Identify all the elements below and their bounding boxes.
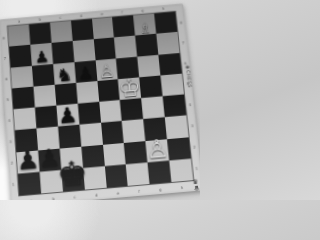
square-h6[interactable]: [158, 53, 181, 76]
piece-wP-e6[interactable]: ♙: [95, 58, 118, 81]
square-f2[interactable]: [124, 141, 148, 164]
coordinate-label: 2: [10, 160, 13, 165]
square-c4[interactable]: ♟: [56, 104, 79, 127]
square-g7[interactable]: [135, 34, 158, 56]
board-grid: ♗♟♞♟♙♔♟♟♟♙♚: [8, 12, 193, 196]
square-a8[interactable]: [8, 24, 30, 46]
coordinate-label: 1: [195, 165, 198, 170]
square-a2[interactable]: ♟: [16, 150, 39, 174]
coordinate-label: b: [52, 196, 55, 200]
coordinate-label: g: [159, 187, 162, 192]
coordinate-label: c: [59, 15, 61, 20]
square-b8[interactable]: [29, 23, 51, 45]
square-c6[interactable]: ♞: [53, 62, 76, 85]
coordinate-label: d: [95, 193, 98, 198]
chessboard: abcdefgh abcdefgh 87654321 87654321 ◉ CH…: [0, 0, 200, 200]
coordinate-label: e: [101, 12, 104, 17]
square-d5[interactable]: [76, 81, 99, 104]
brand-label: CHESS: [185, 70, 193, 88]
square-b7[interactable]: ♟: [30, 43, 53, 65]
square-a5[interactable]: [12, 86, 35, 109]
square-e7[interactable]: [93, 38, 116, 60]
corner-crown-emblem-icon: ♛ ♛: [190, 180, 200, 191]
square-f1[interactable]: [126, 162, 150, 186]
brand-logo-icon: ◉: [184, 63, 190, 69]
piece-bK-c1[interactable]: ♚: [61, 168, 84, 192]
square-e1[interactable]: [104, 164, 128, 188]
square-h4[interactable]: [163, 94, 187, 117]
square-d8[interactable]: [71, 19, 94, 41]
coordinate-label: 5: [6, 97, 9, 102]
square-e6[interactable]: ♙: [95, 58, 118, 81]
square-a7[interactable]: [9, 45, 32, 67]
piece-bP-c4[interactable]: ♟: [56, 104, 79, 127]
coordinate-label: h: [181, 185, 184, 190]
coordinate-label: 2: [193, 144, 196, 149]
coordinate-label: 1: [12, 181, 15, 186]
coordinate-label: g: [141, 8, 144, 13]
square-e2[interactable]: [102, 142, 126, 165]
square-a6[interactable]: [11, 66, 34, 89]
square-d6[interactable]: ♟: [74, 60, 97, 83]
coordinate-label: h: [162, 6, 165, 11]
coordinate-label: a: [30, 198, 33, 200]
piece-wP-g2[interactable]: ♙: [146, 139, 170, 162]
piece-wK-f5[interactable]: ♔: [118, 77, 141, 100]
square-c8[interactable]: [50, 21, 73, 43]
square-c3[interactable]: [58, 125, 81, 148]
square-d4[interactable]: [77, 102, 100, 125]
piece-bP-d6[interactable]: ♟: [74, 60, 97, 83]
square-h5[interactable]: [161, 73, 184, 96]
square-b6[interactable]: [32, 64, 55, 87]
coordinate-label: b: [38, 17, 41, 22]
square-g4[interactable]: [141, 96, 164, 119]
square-e8[interactable]: [92, 17, 115, 39]
square-h7[interactable]: [156, 32, 179, 54]
square-c7[interactable]: [51, 41, 74, 63]
square-c1[interactable]: ♚: [61, 168, 84, 192]
square-f7[interactable]: [114, 36, 137, 58]
square-f5[interactable]: ♔: [118, 77, 141, 100]
coordinate-label: e: [117, 191, 120, 196]
coordinate-label: 3: [191, 123, 194, 128]
square-b5[interactable]: [33, 84, 56, 107]
square-f3[interactable]: [122, 119, 146, 142]
square-g6[interactable]: [137, 54, 160, 77]
square-h2[interactable]: [167, 137, 191, 160]
coordinate-label: 3: [9, 139, 12, 144]
coordinate-label: f: [121, 10, 123, 15]
square-g2[interactable]: ♙: [146, 139, 170, 162]
square-f8[interactable]: [112, 15, 135, 37]
square-d7[interactable]: [72, 39, 95, 61]
board-brand-logo: ◉ CHESS: [184, 63, 192, 88]
coordinate-label: 4: [188, 102, 191, 107]
square-d3[interactable]: [79, 123, 102, 146]
square-a4[interactable]: [13, 107, 36, 130]
square-g8[interactable]: ♗: [133, 13, 156, 35]
square-h3[interactable]: [165, 115, 189, 138]
coordinate-label: c: [74, 194, 77, 199]
coordinate-label: 4: [8, 118, 11, 123]
coordinate-label: 8: [2, 35, 5, 40]
coordinate-label: d: [80, 13, 83, 18]
piece-wB-g8[interactable]: ♗: [133, 13, 156, 35]
square-e3[interactable]: [101, 121, 124, 144]
coordinate-label: f: [138, 189, 140, 194]
square-e4[interactable]: [99, 100, 122, 123]
square-h8[interactable]: [154, 12, 177, 34]
coordinate-label: 7: [4, 56, 7, 61]
coordinate-label: 8: [179, 20, 182, 25]
piece-bP-a2[interactable]: ♟: [16, 150, 39, 174]
square-h1[interactable]: [169, 158, 193, 182]
piece-bN-c6[interactable]: ♞: [53, 62, 76, 85]
square-g5[interactable]: [139, 75, 162, 98]
piece-bP-b7[interactable]: ♟: [30, 43, 53, 65]
coordinate-label: 6: [5, 76, 8, 81]
coordinate-label: 7: [182, 40, 185, 45]
vinyl-board-border: abcdefgh abcdefgh 87654321 87654321 ◉ CH…: [0, 4, 200, 200]
square-b4[interactable]: [35, 105, 58, 128]
square-e5[interactable]: [97, 79, 120, 102]
coordinate-label: a: [18, 19, 21, 24]
